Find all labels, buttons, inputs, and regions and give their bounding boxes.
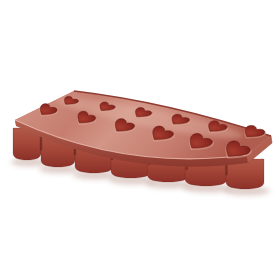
- product-photo: [0, 0, 280, 280]
- heart-mold-tray-illustration: [0, 0, 280, 280]
